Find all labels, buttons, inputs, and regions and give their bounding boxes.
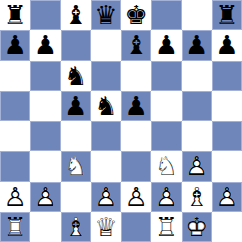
black-knight-c6[interactable]: ♞ [61, 61, 91, 91]
piece-outline-glyph: ♙ [182, 151, 212, 181]
square-c6[interactable]: ♞ [61, 61, 91, 91]
square-f8[interactable] [151, 0, 181, 30]
piece-outline-glyph: ♗ [182, 182, 212, 212]
square-g7[interactable]: ♟ [182, 30, 212, 60]
piece-outline-glyph: ♙ [0, 182, 30, 212]
white-pawn-e2[interactable]: ♟♙ [121, 182, 151, 212]
piece-fill-glyph: ♞ [61, 61, 91, 91]
black-rook-h8[interactable]: ♜ [212, 0, 242, 30]
piece-outline-glyph: ♖ [0, 212, 30, 242]
square-b4[interactable] [30, 121, 60, 151]
square-c5[interactable]: ♟ [61, 91, 91, 121]
square-c4[interactable] [61, 121, 91, 151]
piece-fill-glyph: ♛ [91, 0, 121, 30]
piece-outline-glyph: ♗ [61, 212, 91, 242]
white-pawn-f2[interactable]: ♟♙ [151, 182, 181, 212]
square-h1[interactable] [212, 212, 242, 242]
piece-outline-glyph: ♙ [121, 182, 151, 212]
square-b7[interactable]: ♟ [30, 30, 60, 60]
square-h2[interactable]: ♟♙ [212, 182, 242, 212]
black-knight-d5[interactable]: ♞ [91, 91, 121, 121]
white-pawn-g3[interactable]: ♟♙ [182, 151, 212, 181]
piece-outline-glyph: ♕ [91, 212, 121, 242]
white-rook-a1[interactable]: ♜♖ [0, 212, 30, 242]
white-knight-c3[interactable]: ♞♘ [61, 151, 91, 181]
square-e6[interactable] [121, 61, 151, 91]
black-queen-d8[interactable]: ♛ [91, 0, 121, 30]
black-pawn-c5[interactable]: ♟ [61, 91, 91, 121]
square-g2[interactable]: ♝♗ [182, 182, 212, 212]
square-c2[interactable] [61, 182, 91, 212]
square-d8[interactable]: ♛ [91, 0, 121, 30]
square-h4[interactable] [212, 121, 242, 151]
black-pawn-f7[interactable]: ♟ [151, 30, 181, 60]
square-f3[interactable]: ♞♘ [151, 151, 181, 181]
square-e2[interactable]: ♟♙ [121, 182, 151, 212]
piece-outline-glyph: ♖ [151, 212, 181, 242]
piece-fill-glyph: ♟ [61, 91, 91, 121]
white-knight-f3[interactable]: ♞♘ [151, 151, 181, 181]
square-d5[interactable]: ♞ [91, 91, 121, 121]
square-b5[interactable] [30, 91, 60, 121]
square-e8[interactable]: ♚ [121, 0, 151, 30]
square-d6[interactable] [91, 61, 121, 91]
square-h8[interactable]: ♜ [212, 0, 242, 30]
white-pawn-h2[interactable]: ♟♙ [212, 182, 242, 212]
square-d3[interactable] [91, 151, 121, 181]
square-b2[interactable]: ♟♙ [30, 182, 60, 212]
piece-outline-glyph: ♔ [182, 212, 212, 242]
white-rook-f1[interactable]: ♜♖ [151, 212, 181, 242]
piece-fill-glyph: ♟ [30, 30, 60, 60]
black-pawn-e5[interactable]: ♟ [121, 91, 151, 121]
square-c1[interactable]: ♝♗ [61, 212, 91, 242]
square-d4[interactable] [91, 121, 121, 151]
black-rook-a8[interactable]: ♜ [0, 0, 30, 30]
square-c3[interactable]: ♞♘ [61, 151, 91, 181]
square-h6[interactable] [212, 61, 242, 91]
square-g8[interactable] [182, 0, 212, 30]
square-b3[interactable] [30, 151, 60, 181]
square-f1[interactable]: ♜♖ [151, 212, 181, 242]
white-pawn-b2[interactable]: ♟♙ [30, 182, 60, 212]
white-bishop-c1[interactable]: ♝♗ [61, 212, 91, 242]
square-a4[interactable] [0, 121, 30, 151]
square-c7[interactable] [61, 30, 91, 60]
square-a5[interactable] [0, 91, 30, 121]
piece-fill-glyph: ♜ [0, 0, 30, 30]
square-e3[interactable] [121, 151, 151, 181]
piece-outline-glyph: ♙ [30, 182, 60, 212]
black-pawn-g7[interactable]: ♟ [182, 30, 212, 60]
piece-outline-glyph: ♘ [151, 151, 181, 181]
piece-fill-glyph: ♟ [212, 30, 242, 60]
piece-outline-glyph: ♘ [61, 151, 91, 181]
black-bishop-e7[interactable]: ♝ [121, 30, 151, 60]
square-e1[interactable] [121, 212, 151, 242]
black-king-e8[interactable]: ♚ [121, 0, 151, 30]
piece-fill-glyph: ♚ [121, 0, 151, 30]
black-pawn-h7[interactable]: ♟ [212, 30, 242, 60]
square-h5[interactable] [212, 91, 242, 121]
white-queen-d1[interactable]: ♛♕ [91, 212, 121, 242]
piece-fill-glyph: ♟ [0, 30, 30, 60]
square-g6[interactable] [182, 61, 212, 91]
square-e5[interactable]: ♟ [121, 91, 151, 121]
square-f6[interactable] [151, 61, 181, 91]
black-pawn-a7[interactable]: ♟ [0, 30, 30, 60]
square-c8[interactable]: ♝ [61, 0, 91, 30]
piece-fill-glyph: ♝ [121, 30, 151, 60]
piece-fill-glyph: ♞ [91, 91, 121, 121]
square-f2[interactable]: ♟♙ [151, 182, 181, 212]
square-b1[interactable] [30, 212, 60, 242]
square-g3[interactable]: ♟♙ [182, 151, 212, 181]
square-b8[interactable] [30, 0, 60, 30]
piece-fill-glyph: ♟ [151, 30, 181, 60]
square-a2[interactable]: ♟♙ [0, 182, 30, 212]
white-pawn-a2[interactable]: ♟♙ [0, 182, 30, 212]
square-e4[interactable] [121, 121, 151, 151]
piece-outline-glyph: ♙ [212, 182, 242, 212]
square-a8[interactable]: ♜ [0, 0, 30, 30]
piece-fill-glyph: ♟ [121, 91, 151, 121]
piece-outline-glyph: ♙ [151, 182, 181, 212]
white-bishop-g2[interactable]: ♝♗ [182, 182, 212, 212]
square-g4[interactable] [182, 121, 212, 151]
square-a7[interactable]: ♟ [0, 30, 30, 60]
white-pawn-d2[interactable]: ♟♙ [91, 182, 121, 212]
square-f5[interactable] [151, 91, 181, 121]
square-g1[interactable]: ♚♔ [182, 212, 212, 242]
piece-fill-glyph: ♟ [182, 30, 212, 60]
square-g5[interactable] [182, 91, 212, 121]
square-a1[interactable]: ♜♖ [0, 212, 30, 242]
square-d2[interactable]: ♟♙ [91, 182, 121, 212]
square-d1[interactable]: ♛♕ [91, 212, 121, 242]
square-a3[interactable] [0, 151, 30, 181]
black-pawn-b7[interactable]: ♟ [30, 30, 60, 60]
square-f7[interactable]: ♟ [151, 30, 181, 60]
piece-fill-glyph: ♜ [212, 0, 242, 30]
square-a6[interactable] [0, 61, 30, 91]
chess-board: ♜♝♛♚♜♟♟♝♟♟♟♞♟♞♟♞♘♞♘♟♙♟♙♟♙♟♙♟♙♟♙♝♗♟♙♜♖♝♗♛… [0, 0, 242, 242]
square-h3[interactable] [212, 151, 242, 181]
piece-fill-glyph: ♝ [61, 0, 91, 30]
square-b6[interactable] [30, 61, 60, 91]
piece-outline-glyph: ♙ [91, 182, 121, 212]
black-bishop-c8[interactable]: ♝ [61, 0, 91, 30]
white-king-g1[interactable]: ♚♔ [182, 212, 212, 242]
square-f4[interactable] [151, 121, 181, 151]
square-d7[interactable] [91, 30, 121, 60]
square-h7[interactable]: ♟ [212, 30, 242, 60]
square-e7[interactable]: ♝ [121, 30, 151, 60]
